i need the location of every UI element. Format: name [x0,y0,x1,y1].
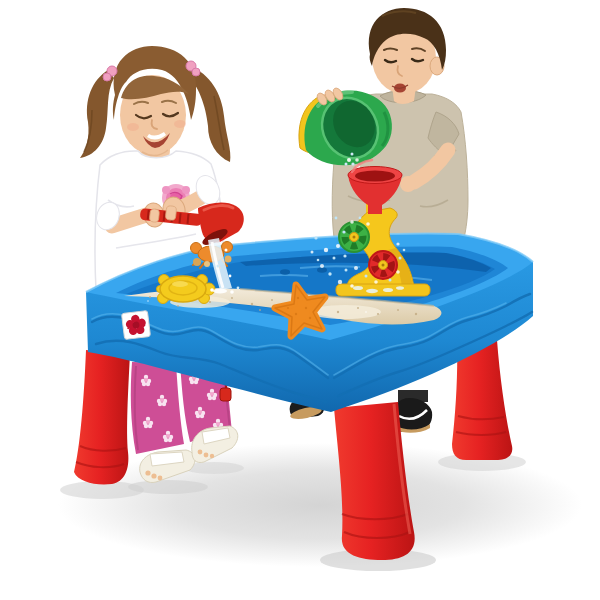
brand-logo [122,311,151,340]
turtle-mold [157,275,216,304]
product-photo-stage [0,0,600,600]
tray-dimple [280,269,290,275]
girl-pigtail-left [80,70,114,158]
water-wheel-green [339,222,369,252]
table-leg-front-left [74,350,130,485]
tray-dimple [317,267,327,273]
water-wheel-red [369,251,397,279]
scene-sand-water-table [0,0,600,600]
boy-hand-right [400,176,416,192]
girl-pants-left-leg [131,362,184,454]
floor-shadow [58,443,582,571]
